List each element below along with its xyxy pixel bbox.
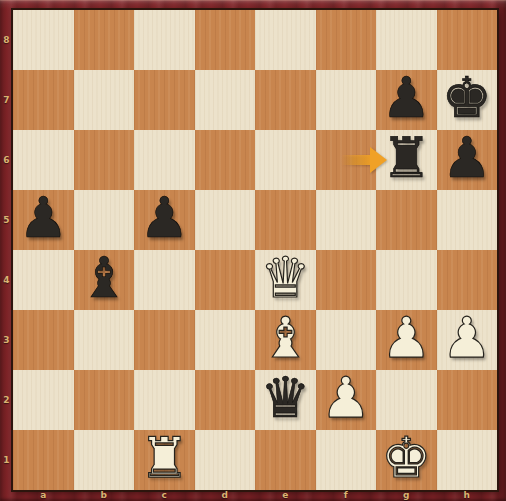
file-label-e: e [255,489,316,501]
file-label-a: a [13,489,74,501]
rank-label-7: 7 [0,70,13,130]
square-f1[interactable] [316,430,377,490]
square-c7[interactable] [134,70,195,130]
square-d5[interactable] [195,190,256,250]
square-g3[interactable]: ♟ [376,310,437,370]
square-d3[interactable] [195,310,256,370]
file-label-h: h [437,489,498,501]
rank-label-6: 6 [0,130,13,190]
square-b5[interactable] [74,190,135,250]
file-label-g: g [376,489,437,501]
square-c6[interactable] [134,130,195,190]
square-e6[interactable] [255,130,316,190]
file-label-c: c [134,489,195,501]
square-f3[interactable] [316,310,377,370]
square-g4[interactable] [376,250,437,310]
piece-black-pawn[interactable]: ♟ [381,70,431,126]
square-e4[interactable]: ♛ [255,250,316,310]
square-f2[interactable]: ♟ [316,370,377,430]
square-c8[interactable] [134,10,195,70]
piece-white-bishop[interactable]: ♝ [260,310,310,366]
square-b8[interactable] [74,10,135,70]
square-c5[interactable]: ♟ [134,190,195,250]
piece-black-queen[interactable]: ♛ [260,370,310,426]
square-h7[interactable]: ♚ [437,70,498,130]
square-g2[interactable] [376,370,437,430]
board-frame: ♟♚♜♟♟♟♝♛♝♟♟♛♟♜♚ 87654321 abcdefgh [0,0,506,501]
square-f4[interactable] [316,250,377,310]
square-d2[interactable] [195,370,256,430]
square-a1[interactable] [13,430,74,490]
square-c2[interactable] [134,370,195,430]
square-b3[interactable] [74,310,135,370]
rank-label-4: 4 [0,250,13,310]
square-b4[interactable]: ♝ [74,250,135,310]
square-c1[interactable]: ♜ [134,430,195,490]
square-h4[interactable] [437,250,498,310]
square-b6[interactable] [74,130,135,190]
square-g1[interactable]: ♚ [376,430,437,490]
file-label-d: d [195,489,256,501]
piece-black-pawn[interactable]: ♟ [442,130,492,186]
file-label-b: b [74,489,135,501]
square-a8[interactable] [13,10,74,70]
piece-white-queen[interactable]: ♛ [260,250,310,306]
piece-white-king[interactable]: ♚ [381,430,431,486]
square-a4[interactable] [13,250,74,310]
square-b7[interactable] [74,70,135,130]
square-g5[interactable] [376,190,437,250]
square-h2[interactable] [437,370,498,430]
square-h6[interactable]: ♟ [437,130,498,190]
square-a5[interactable]: ♟ [13,190,74,250]
square-g6[interactable]: ♜ [376,130,437,190]
square-e1[interactable] [255,430,316,490]
piece-black-king[interactable]: ♚ [442,70,492,126]
piece-white-pawn[interactable]: ♟ [381,310,431,366]
square-g8[interactable] [376,10,437,70]
square-e3[interactable]: ♝ [255,310,316,370]
square-a6[interactable] [13,130,74,190]
square-d7[interactable] [195,70,256,130]
piece-white-rook[interactable]: ♜ [139,430,189,486]
rank-label-3: 3 [0,310,13,370]
square-g7[interactable]: ♟ [376,70,437,130]
square-e5[interactable] [255,190,316,250]
square-d4[interactable] [195,250,256,310]
square-a7[interactable] [13,70,74,130]
square-a3[interactable] [13,310,74,370]
square-c4[interactable] [134,250,195,310]
square-h8[interactable] [437,10,498,70]
square-h5[interactable] [437,190,498,250]
square-f5[interactable] [316,190,377,250]
square-e7[interactable] [255,70,316,130]
square-e2[interactable]: ♛ [255,370,316,430]
file-label-f: f [316,489,377,501]
piece-white-pawn[interactable]: ♟ [321,370,371,426]
square-b1[interactable] [74,430,135,490]
square-d1[interactable] [195,430,256,490]
rank-label-2: 2 [0,370,13,430]
chess-board[interactable]: ♟♚♜♟♟♟♝♛♝♟♟♛♟♜♚ [13,10,497,490]
square-c3[interactable] [134,310,195,370]
square-f7[interactable] [316,70,377,130]
square-b2[interactable] [74,370,135,430]
square-d6[interactable] [195,130,256,190]
square-h1[interactable] [437,430,498,490]
rank-label-5: 5 [0,190,13,250]
piece-white-pawn[interactable]: ♟ [442,310,492,366]
square-f8[interactable] [316,10,377,70]
piece-black-pawn[interactable]: ♟ [18,190,68,246]
piece-black-rook[interactable]: ♜ [381,130,431,186]
piece-black-pawn[interactable]: ♟ [139,190,189,246]
square-h3[interactable]: ♟ [437,310,498,370]
rank-label-8: 8 [0,10,13,70]
square-e8[interactable] [255,10,316,70]
square-d8[interactable] [195,10,256,70]
piece-black-bishop[interactable]: ♝ [79,250,129,306]
square-f6[interactable] [316,130,377,190]
square-a2[interactable] [13,370,74,430]
rank-label-1: 1 [0,430,13,490]
